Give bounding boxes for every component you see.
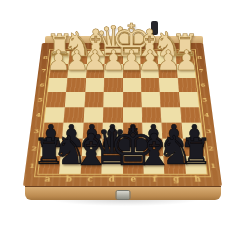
file-label-a: a xyxy=(36,175,59,186)
square-e5 xyxy=(123,92,142,107)
file-label-c: c xyxy=(79,175,101,186)
square-b7 xyxy=(68,64,87,78)
chess-set-product-photo: abcdefgh 87654321 87654321 ♜♞♝♛♚♝♞♜♟♟♟♟♟… xyxy=(0,0,250,250)
square-c4 xyxy=(83,107,103,123)
square-c2 xyxy=(81,139,102,156)
square-c8 xyxy=(87,51,105,64)
square-b3 xyxy=(62,123,83,139)
rank-label-right-3: 3 xyxy=(202,123,216,139)
square-a7 xyxy=(49,64,68,78)
board-grid xyxy=(37,51,207,175)
square-f5 xyxy=(141,92,161,107)
file-label-d: d xyxy=(101,175,123,186)
square-b6 xyxy=(66,78,86,92)
rank-label-left-6: 6 xyxy=(35,78,48,92)
rank-label-left-1: 1 xyxy=(25,156,40,174)
square-h3 xyxy=(181,123,202,139)
square-d1 xyxy=(101,156,122,174)
square-a8 xyxy=(51,51,70,64)
square-g4 xyxy=(161,107,181,123)
square-a4 xyxy=(44,107,65,123)
clasp-icon xyxy=(116,190,131,200)
square-f3 xyxy=(142,123,162,139)
rank-label-right-7: 7 xyxy=(195,64,208,78)
square-g2 xyxy=(163,139,184,156)
file-label-f: f xyxy=(144,175,166,186)
square-g8 xyxy=(158,51,177,64)
square-h8 xyxy=(175,51,194,64)
square-f8 xyxy=(140,51,158,64)
square-a1 xyxy=(38,156,61,174)
square-d2 xyxy=(102,139,123,156)
square-a2 xyxy=(40,139,62,156)
rank-label-left-2: 2 xyxy=(27,139,41,156)
square-g6 xyxy=(159,78,179,92)
square-a5 xyxy=(46,92,66,107)
hinge-icon xyxy=(151,21,158,35)
square-e2 xyxy=(123,139,144,156)
rank-label-right-6: 6 xyxy=(196,78,209,92)
square-d3 xyxy=(102,123,122,139)
square-g5 xyxy=(160,92,180,107)
square-d5 xyxy=(103,92,122,107)
square-h1 xyxy=(184,156,207,174)
square-d7 xyxy=(104,64,122,78)
square-d6 xyxy=(104,78,123,92)
square-h4 xyxy=(180,107,201,123)
square-a6 xyxy=(48,78,68,92)
square-g3 xyxy=(162,123,183,139)
rank-label-right-1: 1 xyxy=(206,156,221,174)
file-label-e: e xyxy=(123,175,145,186)
square-h7 xyxy=(176,64,195,78)
square-c5 xyxy=(84,92,104,107)
rank-label-right-4: 4 xyxy=(200,107,214,123)
square-e7 xyxy=(123,64,141,78)
rank-label-right-5: 5 xyxy=(198,92,211,107)
rank-label-right-8: 8 xyxy=(193,51,205,64)
rank-label-left-5: 5 xyxy=(34,92,47,107)
square-b8 xyxy=(69,51,88,64)
square-f6 xyxy=(141,78,160,92)
square-g7 xyxy=(158,64,177,78)
file-label-b: b xyxy=(58,175,80,186)
square-b1 xyxy=(59,156,81,174)
square-f7 xyxy=(140,64,159,78)
rank-label-left-7: 7 xyxy=(37,64,50,78)
square-a3 xyxy=(42,123,63,139)
file-label-g: g xyxy=(165,175,187,186)
rank-label-left-3: 3 xyxy=(29,123,43,139)
square-c7 xyxy=(86,64,105,78)
square-d8 xyxy=(105,51,123,64)
rank-label-left-8: 8 xyxy=(39,51,51,64)
square-b4 xyxy=(64,107,84,123)
square-h2 xyxy=(183,139,205,156)
chess-board: abcdefgh 87654321 87654321 xyxy=(23,43,222,186)
square-c1 xyxy=(80,156,102,174)
square-d4 xyxy=(103,107,123,123)
square-e1 xyxy=(123,156,144,174)
square-e3 xyxy=(123,123,143,139)
rank-label-right-2: 2 xyxy=(204,139,218,156)
square-h6 xyxy=(177,78,197,92)
rank-label-left-4: 4 xyxy=(31,107,45,123)
board-front-edge xyxy=(25,186,221,200)
square-b2 xyxy=(61,139,82,156)
square-c3 xyxy=(82,123,102,139)
square-h5 xyxy=(179,92,199,107)
square-c6 xyxy=(85,78,104,92)
square-g1 xyxy=(164,156,186,174)
square-e6 xyxy=(123,78,142,92)
square-f1 xyxy=(143,156,165,174)
file-labels: abcdefgh xyxy=(36,175,209,186)
square-e4 xyxy=(123,107,143,123)
square-f2 xyxy=(143,139,164,156)
square-f4 xyxy=(142,107,162,123)
square-e8 xyxy=(123,51,141,64)
file-label-h: h xyxy=(186,175,209,186)
square-b5 xyxy=(65,92,85,107)
